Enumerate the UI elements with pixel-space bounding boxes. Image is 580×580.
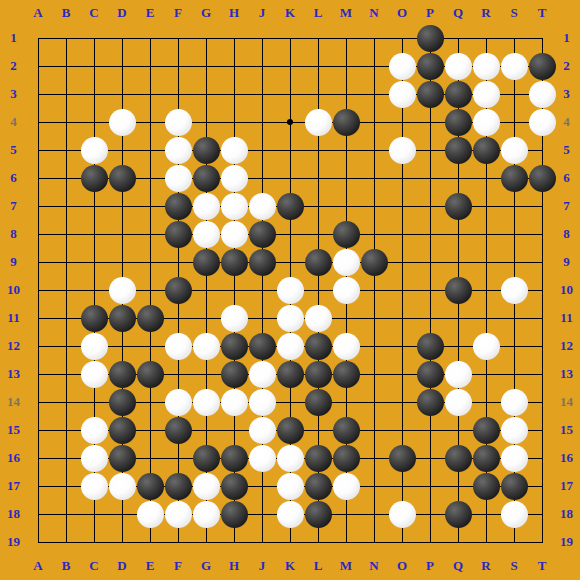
board-cell[interactable] — [108, 192, 136, 220]
board-cell[interactable] — [108, 444, 136, 472]
board-cell[interactable] — [472, 528, 500, 556]
board-cell[interactable] — [304, 472, 332, 500]
board-cell[interactable] — [416, 24, 444, 52]
board-cell[interactable] — [52, 528, 80, 556]
board-cell[interactable] — [52, 164, 80, 192]
board-cell[interactable] — [360, 388, 388, 416]
board-cell[interactable] — [304, 332, 332, 360]
board-cell[interactable] — [444, 332, 472, 360]
board-cell[interactable] — [80, 444, 108, 472]
board-cell[interactable] — [276, 192, 304, 220]
board-cell[interactable] — [220, 332, 248, 360]
board-cell[interactable] — [136, 416, 164, 444]
board-cell[interactable] — [80, 52, 108, 80]
board-cell[interactable] — [332, 500, 360, 528]
board-cell[interactable] — [388, 220, 416, 248]
board-cell[interactable] — [528, 108, 556, 136]
board-cell[interactable] — [360, 80, 388, 108]
board-cell[interactable] — [80, 388, 108, 416]
board-cell[interactable] — [136, 304, 164, 332]
board-cell[interactable] — [332, 80, 360, 108]
board-cell[interactable] — [304, 192, 332, 220]
board-cell[interactable] — [52, 80, 80, 108]
board-cell[interactable] — [388, 248, 416, 276]
board-cell[interactable] — [220, 388, 248, 416]
board-cell[interactable] — [108, 164, 136, 192]
board-cell[interactable] — [192, 192, 220, 220]
board-cell[interactable] — [444, 388, 472, 416]
board-cell[interactable] — [276, 444, 304, 472]
board-cell[interactable] — [192, 80, 220, 108]
board-cell[interactable] — [444, 472, 472, 500]
board-cell[interactable] — [136, 80, 164, 108]
board-cell[interactable] — [248, 388, 276, 416]
board-cell[interactable] — [528, 500, 556, 528]
board-cell[interactable] — [276, 220, 304, 248]
board-cell[interactable] — [248, 192, 276, 220]
board-cell[interactable] — [248, 304, 276, 332]
board-cell[interactable] — [24, 80, 52, 108]
board-cell[interactable] — [248, 164, 276, 192]
board-cell[interactable] — [248, 416, 276, 444]
board-cell[interactable] — [136, 332, 164, 360]
board-cell[interactable] — [192, 416, 220, 444]
board-cell[interactable] — [304, 80, 332, 108]
board-cell[interactable] — [80, 360, 108, 388]
board-cell[interactable] — [24, 220, 52, 248]
board-cell[interactable] — [416, 108, 444, 136]
board-cell[interactable] — [24, 528, 52, 556]
board-cell[interactable] — [472, 500, 500, 528]
board-cell[interactable] — [52, 192, 80, 220]
board-cell[interactable] — [108, 360, 136, 388]
board-cell[interactable] — [192, 164, 220, 192]
board-cell[interactable] — [472, 220, 500, 248]
board-cell[interactable] — [500, 416, 528, 444]
board-cell[interactable] — [276, 304, 304, 332]
board-cell[interactable] — [500, 220, 528, 248]
board-cell[interactable] — [80, 332, 108, 360]
board-cell[interactable] — [192, 388, 220, 416]
board-cell[interactable] — [192, 472, 220, 500]
board-cell[interactable] — [360, 304, 388, 332]
board-cell[interactable] — [304, 164, 332, 192]
board-cell[interactable] — [192, 360, 220, 388]
board-cell[interactable] — [528, 192, 556, 220]
board-cell[interactable] — [332, 360, 360, 388]
board-cell[interactable] — [528, 276, 556, 304]
board-cell[interactable] — [500, 192, 528, 220]
board-cell[interactable] — [360, 472, 388, 500]
board-cell[interactable] — [304, 248, 332, 276]
board-cell[interactable] — [388, 136, 416, 164]
board-cell[interactable] — [444, 248, 472, 276]
board-cell[interactable] — [500, 388, 528, 416]
board-cell[interactable] — [52, 388, 80, 416]
board-cell[interactable] — [332, 332, 360, 360]
board-cell[interactable] — [164, 108, 192, 136]
board-cell[interactable] — [24, 24, 52, 52]
board-cell[interactable] — [52, 416, 80, 444]
board-cell[interactable] — [24, 416, 52, 444]
board-cell[interactable] — [388, 52, 416, 80]
board-cell[interactable] — [24, 276, 52, 304]
board-cell[interactable] — [388, 192, 416, 220]
board-cell[interactable] — [416, 388, 444, 416]
board-cell[interactable] — [444, 136, 472, 164]
board-cell[interactable] — [444, 108, 472, 136]
board-cell[interactable] — [472, 304, 500, 332]
board-cell[interactable] — [416, 360, 444, 388]
board-cell[interactable] — [164, 304, 192, 332]
board-cell[interactable] — [388, 24, 416, 52]
board-cell[interactable] — [24, 332, 52, 360]
board-cell[interactable] — [528, 136, 556, 164]
board-cell[interactable] — [52, 472, 80, 500]
board-cell[interactable] — [472, 248, 500, 276]
board-cell[interactable] — [24, 500, 52, 528]
board-cell[interactable] — [164, 528, 192, 556]
board-cell[interactable] — [136, 360, 164, 388]
board-cell[interactable] — [416, 248, 444, 276]
board-cell[interactable] — [500, 444, 528, 472]
board-cell[interactable] — [108, 136, 136, 164]
board-cell[interactable] — [164, 360, 192, 388]
board-cell[interactable] — [220, 472, 248, 500]
board-cell[interactable] — [192, 528, 220, 556]
board-cell[interactable] — [164, 220, 192, 248]
board-cell[interactable] — [444, 416, 472, 444]
board-cell[interactable] — [164, 80, 192, 108]
board-cell[interactable] — [276, 472, 304, 500]
board-cell[interactable] — [388, 416, 416, 444]
board-cell[interactable] — [528, 24, 556, 52]
board-cell[interactable] — [136, 388, 164, 416]
board-cell[interactable] — [80, 472, 108, 500]
board-cell[interactable] — [528, 80, 556, 108]
board-cell[interactable] — [388, 332, 416, 360]
board-cell[interactable] — [164, 500, 192, 528]
board-cell[interactable] — [24, 472, 52, 500]
board-cell[interactable] — [192, 248, 220, 276]
board-cell[interactable] — [24, 388, 52, 416]
board-cell[interactable] — [80, 416, 108, 444]
board-cell[interactable] — [80, 220, 108, 248]
board-cell[interactable] — [332, 528, 360, 556]
board-cell[interactable] — [164, 136, 192, 164]
board-cell[interactable] — [500, 248, 528, 276]
board-cell[interactable] — [472, 192, 500, 220]
board-cell[interactable] — [248, 444, 276, 472]
board-cell[interactable] — [360, 52, 388, 80]
board-cell[interactable] — [52, 276, 80, 304]
board-cell[interactable] — [444, 360, 472, 388]
board-cell[interactable] — [80, 276, 108, 304]
board-cell[interactable] — [220, 276, 248, 304]
board-cell[interactable] — [416, 164, 444, 192]
board-cell[interactable] — [192, 444, 220, 472]
board-cell[interactable] — [220, 80, 248, 108]
board-cell[interactable] — [388, 164, 416, 192]
board-cell[interactable] — [164, 472, 192, 500]
board-cell[interactable] — [136, 248, 164, 276]
board-cell[interactable] — [416, 80, 444, 108]
board-cell[interactable] — [220, 416, 248, 444]
board-cell[interactable] — [248, 220, 276, 248]
board-cell[interactable] — [416, 220, 444, 248]
board-cell[interactable] — [80, 108, 108, 136]
board-cell[interactable] — [136, 528, 164, 556]
board-cell[interactable] — [248, 332, 276, 360]
board-cell[interactable] — [528, 52, 556, 80]
board-cell[interactable] — [276, 52, 304, 80]
board-cell[interactable] — [164, 52, 192, 80]
board-cell[interactable] — [108, 528, 136, 556]
board-cell[interactable] — [108, 276, 136, 304]
board-cell[interactable] — [332, 164, 360, 192]
board-cell[interactable] — [528, 164, 556, 192]
board-cell[interactable] — [276, 80, 304, 108]
board-cell[interactable] — [248, 500, 276, 528]
board-cell[interactable] — [332, 444, 360, 472]
board-cell[interactable] — [360, 136, 388, 164]
board-cell[interactable] — [416, 444, 444, 472]
board-cell[interactable] — [360, 528, 388, 556]
board-cell[interactable] — [528, 304, 556, 332]
board-cell[interactable] — [164, 388, 192, 416]
board-cell[interactable] — [388, 444, 416, 472]
board-cell[interactable] — [360, 108, 388, 136]
board-cell[interactable] — [164, 276, 192, 304]
board-cell[interactable] — [416, 52, 444, 80]
board-cell[interactable] — [528, 360, 556, 388]
board-cell[interactable] — [528, 444, 556, 472]
board-cell[interactable] — [472, 388, 500, 416]
board-cell[interactable] — [472, 24, 500, 52]
board-cell[interactable] — [500, 304, 528, 332]
board-cell[interactable] — [360, 416, 388, 444]
board-cell[interactable] — [360, 444, 388, 472]
board-cell[interactable] — [248, 52, 276, 80]
board-cell[interactable] — [108, 472, 136, 500]
board-cell[interactable] — [528, 416, 556, 444]
board-cell[interactable] — [108, 500, 136, 528]
board-cell[interactable] — [444, 304, 472, 332]
board-cell[interactable] — [220, 164, 248, 192]
board-cell[interactable] — [416, 276, 444, 304]
board-cell[interactable] — [500, 108, 528, 136]
board-cell[interactable] — [136, 276, 164, 304]
board-cell[interactable] — [332, 248, 360, 276]
board-cell[interactable] — [192, 276, 220, 304]
board-cell[interactable] — [360, 248, 388, 276]
board-cell[interactable] — [304, 528, 332, 556]
board-cell[interactable] — [472, 332, 500, 360]
board-cell[interactable] — [80, 500, 108, 528]
board-cell[interactable] — [360, 220, 388, 248]
board-cell[interactable] — [24, 164, 52, 192]
board-cell[interactable] — [220, 444, 248, 472]
board-cell[interactable] — [444, 528, 472, 556]
board-cell[interactable] — [276, 108, 304, 136]
board-cell[interactable] — [500, 360, 528, 388]
board-cell[interactable] — [528, 472, 556, 500]
board-cell[interactable] — [472, 472, 500, 500]
board-cell[interactable] — [80, 80, 108, 108]
board-cell[interactable] — [500, 52, 528, 80]
board-cell[interactable] — [248, 528, 276, 556]
board-cell[interactable] — [220, 528, 248, 556]
board-cell[interactable] — [444, 500, 472, 528]
board-cell[interactable] — [276, 528, 304, 556]
board-cell[interactable] — [304, 52, 332, 80]
board-cell[interactable] — [24, 248, 52, 276]
board-cell[interactable] — [24, 444, 52, 472]
board-cell[interactable] — [192, 136, 220, 164]
board-cell[interactable] — [52, 220, 80, 248]
board-cell[interactable] — [276, 500, 304, 528]
board-cell[interactable] — [52, 108, 80, 136]
board-cell[interactable] — [220, 52, 248, 80]
board-cell[interactable] — [444, 192, 472, 220]
board-cell[interactable] — [220, 360, 248, 388]
board-cell[interactable] — [276, 360, 304, 388]
board-cell[interactable] — [52, 248, 80, 276]
board-cell[interactable] — [248, 24, 276, 52]
board-cell[interactable] — [164, 332, 192, 360]
board-cell[interactable] — [472, 444, 500, 472]
board-cell[interactable] — [416, 416, 444, 444]
board-cell[interactable] — [500, 80, 528, 108]
board-cell[interactable] — [332, 220, 360, 248]
board-cell[interactable] — [108, 52, 136, 80]
board-cell[interactable] — [164, 416, 192, 444]
board-cell[interactable] — [248, 136, 276, 164]
board-cell[interactable] — [444, 80, 472, 108]
board-cell[interactable] — [388, 304, 416, 332]
board-cell[interactable] — [220, 24, 248, 52]
board-cell[interactable] — [360, 276, 388, 304]
board-cell[interactable] — [136, 192, 164, 220]
board-cell[interactable] — [360, 24, 388, 52]
board-cell[interactable] — [52, 360, 80, 388]
board-cell[interactable] — [472, 80, 500, 108]
board-cell[interactable] — [276, 276, 304, 304]
board-cell[interactable] — [80, 136, 108, 164]
board-cell[interactable] — [528, 388, 556, 416]
board-cell[interactable] — [108, 332, 136, 360]
board-cell[interactable] — [80, 248, 108, 276]
board-cell[interactable] — [52, 52, 80, 80]
board-cell[interactable] — [136, 500, 164, 528]
board-cell[interactable] — [220, 136, 248, 164]
board-cell[interactable] — [192, 52, 220, 80]
board-cell[interactable] — [276, 136, 304, 164]
board-cell[interactable] — [304, 108, 332, 136]
board-cell[interactable] — [388, 500, 416, 528]
board-cell[interactable] — [444, 164, 472, 192]
board-cell[interactable] — [500, 136, 528, 164]
board-cell[interactable] — [416, 136, 444, 164]
board-cell[interactable] — [276, 388, 304, 416]
board-cell[interactable] — [220, 248, 248, 276]
board-cell[interactable] — [52, 332, 80, 360]
board-cell[interactable] — [360, 500, 388, 528]
board-cell[interactable] — [360, 360, 388, 388]
board-cell[interactable] — [416, 332, 444, 360]
board-cell[interactable] — [304, 500, 332, 528]
board-cell[interactable] — [80, 164, 108, 192]
board-cell[interactable] — [24, 192, 52, 220]
board-cell[interactable] — [164, 164, 192, 192]
board-cell[interactable] — [388, 528, 416, 556]
board-cell[interactable] — [388, 276, 416, 304]
board-cell[interactable] — [416, 304, 444, 332]
board-cell[interactable] — [248, 80, 276, 108]
board-cell[interactable] — [472, 136, 500, 164]
board-cell[interactable] — [332, 192, 360, 220]
board-cell[interactable] — [332, 276, 360, 304]
board-cell[interactable] — [360, 164, 388, 192]
board-cell[interactable] — [108, 416, 136, 444]
board-cell[interactable] — [164, 248, 192, 276]
board-cell[interactable] — [472, 276, 500, 304]
board-cell[interactable] — [332, 416, 360, 444]
board-cell[interactable] — [136, 136, 164, 164]
board-cell[interactable] — [500, 276, 528, 304]
board-cell[interactable] — [276, 416, 304, 444]
board-cell[interactable] — [472, 52, 500, 80]
board-cell[interactable] — [304, 276, 332, 304]
board-cell[interactable] — [24, 52, 52, 80]
board-cell[interactable] — [332, 108, 360, 136]
board-cell[interactable] — [192, 304, 220, 332]
board-cell[interactable] — [24, 304, 52, 332]
board-cell[interactable] — [332, 388, 360, 416]
board-cell[interactable] — [528, 332, 556, 360]
board-cell[interactable] — [164, 192, 192, 220]
board-cell[interactable] — [360, 192, 388, 220]
board-cell[interactable] — [332, 304, 360, 332]
board-cell[interactable] — [192, 24, 220, 52]
board-cell[interactable] — [304, 444, 332, 472]
board-cell[interactable] — [192, 220, 220, 248]
board-cell[interactable] — [388, 388, 416, 416]
board-cell[interactable] — [388, 108, 416, 136]
board-cell[interactable] — [108, 304, 136, 332]
board-cell[interactable] — [416, 528, 444, 556]
board-cell[interactable] — [472, 164, 500, 192]
board-cell[interactable] — [136, 108, 164, 136]
board-cell[interactable] — [192, 332, 220, 360]
board-cell[interactable] — [388, 472, 416, 500]
board-cell[interactable] — [444, 220, 472, 248]
board-cell[interactable] — [164, 24, 192, 52]
board-cell[interactable] — [304, 360, 332, 388]
board-cell[interactable] — [164, 444, 192, 472]
board-cell[interactable] — [52, 500, 80, 528]
board-cell[interactable] — [416, 472, 444, 500]
board-cell[interactable] — [220, 500, 248, 528]
board-cell[interactable] — [24, 136, 52, 164]
board-cell[interactable] — [472, 108, 500, 136]
board-cell[interactable] — [80, 304, 108, 332]
board-cell[interactable] — [136, 472, 164, 500]
board-cell[interactable] — [136, 24, 164, 52]
board-cell[interactable] — [248, 276, 276, 304]
board-cell[interactable] — [136, 164, 164, 192]
board-cell[interactable] — [304, 304, 332, 332]
